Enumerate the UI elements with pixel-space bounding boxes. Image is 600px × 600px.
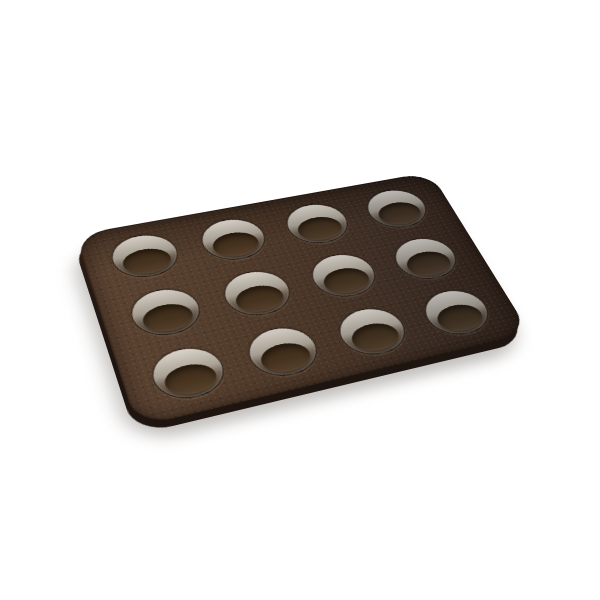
cavity-floor [346,320,404,356]
cavity-floor [160,360,221,399]
cavity-hole [145,342,232,405]
cavity-floor [432,301,489,335]
cavity-hole [304,249,384,302]
product-photo [0,0,600,600]
baking-pan [0,0,600,600]
cavity-hole [279,200,356,248]
cavity-hole [217,266,299,321]
cavity-floor [319,265,375,297]
cavity-floor [256,339,315,376]
cavity-floor [402,248,456,279]
cavity-floor [119,245,175,277]
cavity-hole [105,230,184,283]
cavity-floor [374,199,426,227]
cavity-floor [139,300,197,336]
cavity-hole [359,186,435,232]
cavity-hole [195,215,273,265]
cavity-hole [124,284,207,342]
cavity-hole [241,322,326,382]
cavity-hole [416,285,498,340]
cavity-floor [209,229,264,260]
cavity-floor [231,282,288,316]
cavity-hole [331,303,415,361]
cavity-hole [386,234,465,284]
cavity-floor [293,214,346,244]
